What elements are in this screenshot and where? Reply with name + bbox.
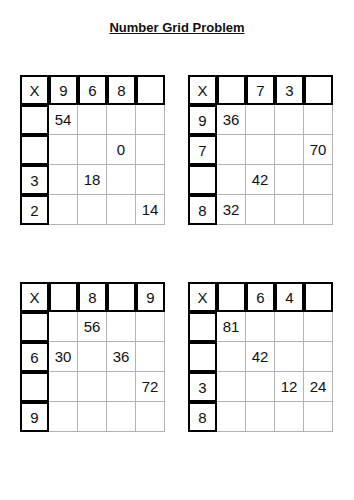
product-cell-r2c2: 42 [246, 342, 275, 372]
factor-cell-r4c0: 8 [188, 195, 217, 225]
product-cell-r3c3 [107, 165, 136, 195]
product-cell-r3c1 [49, 165, 78, 195]
multiplication-grid-top-right: X7393677042832 [188, 75, 333, 225]
product-cell-r4c1 [49, 195, 78, 225]
product-cell-r2c1: 30 [49, 342, 78, 372]
product-cell-r1c1: 81 [217, 312, 246, 342]
product-cell-r1c2 [78, 105, 107, 135]
factor-cell-r2c0: 7 [188, 135, 217, 165]
factor-cell-r0c4 [136, 75, 165, 105]
factor-cell-r0c4 [304, 75, 333, 105]
product-cell-r3c2: 18 [78, 165, 107, 195]
factor-cell-r0c2: 6 [246, 282, 275, 312]
factor-cell-r2c0 [188, 342, 217, 372]
product-cell-r4c1 [49, 402, 78, 432]
product-cell-r2c1 [217, 135, 246, 165]
factor-cell-r0c1: 9 [49, 75, 78, 105]
factor-cell-r0c3 [107, 282, 136, 312]
product-cell-r2c4: 70 [304, 135, 333, 165]
product-cell-r4c2 [78, 402, 107, 432]
factor-cell-r0c1 [49, 282, 78, 312]
product-cell-r4c4 [304, 402, 333, 432]
product-cell-r2c4 [304, 342, 333, 372]
product-cell-r3c4: 72 [136, 372, 165, 402]
product-cell-r1c3 [275, 312, 304, 342]
product-cell-r1c2 [246, 105, 275, 135]
factor-cell-r2c0 [20, 135, 49, 165]
product-cell-r3c4 [304, 165, 333, 195]
product-cell-r2c3: 0 [107, 135, 136, 165]
product-cell-r4c4: 14 [136, 195, 165, 225]
product-cell-r4c4 [136, 402, 165, 432]
product-cell-r1c4 [136, 105, 165, 135]
product-cell-r1c1: 36 [217, 105, 246, 135]
factor-cell-r0c3: 3 [275, 75, 304, 105]
factor-cell-r3c0: 3 [188, 372, 217, 402]
product-cell-r3c4 [136, 165, 165, 195]
product-cell-r3c1 [217, 372, 246, 402]
product-cell-r2c4 [136, 342, 165, 372]
multiplication-grid-top-left: X968540318214 [20, 75, 165, 225]
product-cell-r3c1 [217, 165, 246, 195]
multiplication-grid-bottom-left: X895663036729 [20, 282, 165, 432]
product-cell-r2c2 [78, 135, 107, 165]
factor-cell-r4c0: 8 [188, 402, 217, 432]
product-cell-r2c2 [78, 342, 107, 372]
product-cell-r3c2 [246, 372, 275, 402]
product-cell-r3c2 [78, 372, 107, 402]
factor-cell-r4c0: 9 [20, 402, 49, 432]
corner-multiply-cell: X [20, 282, 49, 312]
product-cell-r4c3 [107, 195, 136, 225]
factor-cell-r1c0 [188, 312, 217, 342]
corner-multiply-cell: X [20, 75, 49, 105]
factor-cell-r4c0: 2 [20, 195, 49, 225]
factor-cell-r1c0: 9 [188, 105, 217, 135]
factor-cell-r0c3: 4 [275, 282, 304, 312]
product-cell-r3c1 [49, 372, 78, 402]
product-cell-r1c2: 56 [78, 312, 107, 342]
product-cell-r1c1: 54 [49, 105, 78, 135]
factor-cell-r0c4 [304, 282, 333, 312]
product-cell-r3c2: 42 [246, 165, 275, 195]
product-cell-r2c4 [136, 135, 165, 165]
product-cell-r3c3 [107, 372, 136, 402]
product-cell-r1c4 [304, 312, 333, 342]
factor-cell-r3c0: 3 [20, 165, 49, 195]
product-cell-r4c3 [275, 402, 304, 432]
product-cell-r2c1 [217, 342, 246, 372]
factor-cell-r0c1 [217, 282, 246, 312]
factor-cell-r0c1 [217, 75, 246, 105]
product-cell-r1c3 [107, 105, 136, 135]
factor-cell-r2c0: 6 [20, 342, 49, 372]
product-cell-r1c4 [136, 312, 165, 342]
factor-cell-r1c0 [20, 312, 49, 342]
product-cell-r4c2 [246, 195, 275, 225]
multiplication-grid-bottom-right: X648142312248 [188, 282, 333, 432]
product-cell-r4c2 [78, 195, 107, 225]
product-cell-r4c1 [217, 402, 246, 432]
factor-cell-r0c3: 8 [107, 75, 136, 105]
product-cell-r2c3: 36 [107, 342, 136, 372]
corner-multiply-cell: X [188, 75, 217, 105]
product-cell-r1c3 [107, 312, 136, 342]
factor-cell-r0c2: 6 [78, 75, 107, 105]
product-cell-r3c3 [275, 165, 304, 195]
worksheet-page: Number Grid Problem X968540318214 X73936… [0, 0, 354, 500]
product-cell-r4c3 [107, 402, 136, 432]
factor-cell-r0c4: 9 [136, 282, 165, 312]
factor-cell-r3c0 [188, 165, 217, 195]
product-cell-r2c3 [275, 342, 304, 372]
product-cell-r1c1 [49, 312, 78, 342]
product-cell-r2c1 [49, 135, 78, 165]
product-cell-r4c4 [304, 195, 333, 225]
page-title: Number Grid Problem [0, 20, 354, 35]
product-cell-r2c2 [246, 135, 275, 165]
product-cell-r3c3: 12 [275, 372, 304, 402]
product-cell-r4c1: 32 [217, 195, 246, 225]
product-cell-r1c2 [246, 312, 275, 342]
product-cell-r1c3 [275, 105, 304, 135]
product-cell-r1c4 [304, 105, 333, 135]
product-cell-r2c3 [275, 135, 304, 165]
product-cell-r4c3 [275, 195, 304, 225]
corner-multiply-cell: X [188, 282, 217, 312]
factor-cell-r0c2: 7 [246, 75, 275, 105]
factor-cell-r3c0 [20, 372, 49, 402]
product-cell-r4c2 [246, 402, 275, 432]
product-cell-r3c4: 24 [304, 372, 333, 402]
factor-cell-r1c0 [20, 105, 49, 135]
factor-cell-r0c2: 8 [78, 282, 107, 312]
